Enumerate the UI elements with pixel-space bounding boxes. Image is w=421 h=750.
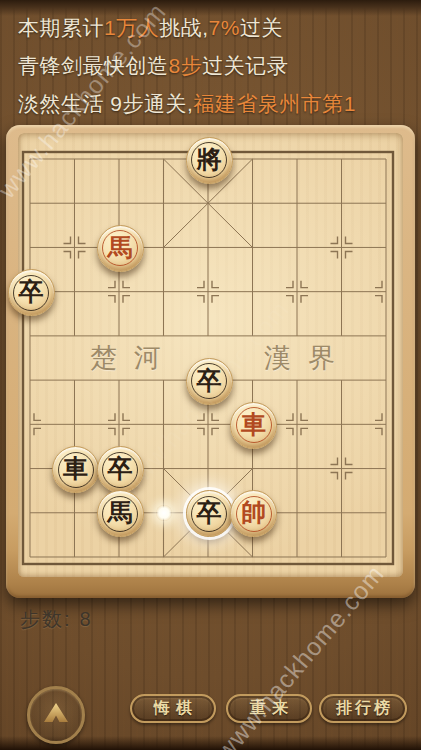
- stats-line-record: 青锋剑最快创造8步过关记录: [18, 50, 410, 88]
- piece-black-soldier[interactable]: 卒: [97, 446, 144, 493]
- stats-panel: 本期累计1万人挑战,7%过关 青锋剑最快创造8步过关记录 淡然生活 9步通关,福…: [18, 12, 410, 126]
- piece-red-chariot[interactable]: 車: [230, 402, 277, 449]
- piece-glyph: 卒: [19, 279, 44, 304]
- piece-glyph: 馬: [108, 500, 133, 525]
- piece-black-soldier[interactable]: 卒: [186, 358, 233, 405]
- step-counter-label: 步数:: [20, 608, 72, 630]
- board-surface[interactable]: 楚河 漢界 將馬卒卒車車卒馬卒帥: [18, 133, 403, 577]
- piece-red-general[interactable]: 帥: [230, 490, 277, 537]
- last-move-origin-dot[interactable]: [156, 505, 172, 521]
- piece-glyph: 車: [241, 412, 266, 437]
- piece-glyph: 車: [63, 456, 88, 481]
- stats-line-top-player: 淡然生活 9步通关,福建省泉州市第1: [18, 88, 410, 126]
- piece-black-chariot[interactable]: 車: [52, 446, 99, 493]
- restart-button[interactable]: 重来: [226, 694, 312, 723]
- piece-black-horse[interactable]: 馬: [97, 490, 144, 537]
- step-counter: 步数:8: [20, 606, 93, 633]
- xiangqi-board: 楚河 漢界 將馬卒卒車車卒馬卒帥: [6, 125, 415, 598]
- chevron-up-icon: [41, 701, 71, 729]
- piece-glyph: 卒: [108, 456, 133, 481]
- piece-glyph: 將: [197, 147, 222, 172]
- piece-black-soldier[interactable]: 卒: [8, 269, 55, 316]
- stats-line-challenge: 本期累计1万人挑战,7%过关: [18, 12, 410, 50]
- piece-glyph: 卒: [197, 368, 222, 393]
- piece-glyph: 馬: [108, 235, 133, 260]
- piece-glyph: 卒: [197, 500, 222, 525]
- step-counter-value: 8: [80, 608, 93, 630]
- piece-black-soldier[interactable]: 卒: [186, 490, 233, 537]
- piece-glyph: 帥: [241, 500, 266, 525]
- piece-red-horse[interactable]: 馬: [97, 225, 144, 272]
- piece-black-general[interactable]: 將: [186, 137, 233, 184]
- undo-button[interactable]: 悔棋: [130, 694, 216, 723]
- app-screen: 本期累计1万人挑战,7%过关 青锋剑最快创造8步过关记录 淡然生活 9步通关,福…: [0, 0, 421, 750]
- expand-button[interactable]: [27, 686, 85, 744]
- leaderboard-button[interactable]: 排行榜: [319, 694, 407, 723]
